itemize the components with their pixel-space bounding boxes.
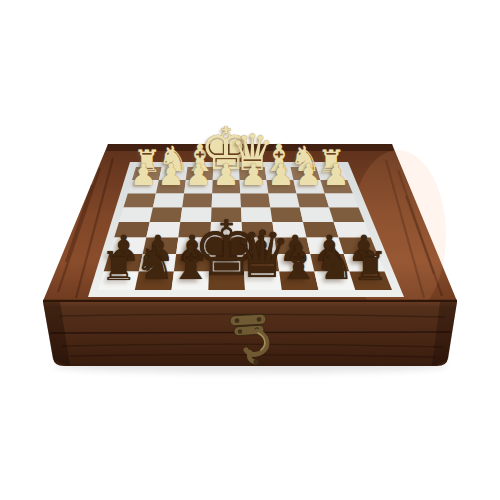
wooden-box-graphic: [0, 0, 500, 500]
square-h8[interactable]: [98, 272, 139, 291]
square-d1[interactable]: [239, 167, 267, 180]
square-g2[interactable]: [156, 180, 186, 194]
square-g7[interactable]: [139, 254, 176, 272]
square-e6[interactable]: [210, 238, 244, 255]
square-f5[interactable]: [178, 222, 211, 238]
square-d4[interactable]: [241, 208, 272, 223]
chess-box-photo: ♜♞♝♚♛♝♞♜♟♟♟♟♟♟♟♟♟♟♟♟♟♟♟♟♜♞♝♚♛♝♞♜: [0, 0, 500, 500]
square-a5[interactable]: [334, 222, 371, 238]
square-d8[interactable]: [244, 272, 282, 291]
square-g5[interactable]: [146, 222, 180, 238]
square-b6[interactable]: [307, 238, 344, 255]
square-f2[interactable]: [184, 180, 213, 194]
square-c7[interactable]: [277, 254, 315, 272]
square-f4[interactable]: [180, 208, 211, 223]
square-e7[interactable]: [209, 254, 244, 272]
square-b8[interactable]: [314, 272, 355, 291]
square-h7[interactable]: [104, 254, 143, 272]
square-d3[interactable]: [240, 194, 270, 208]
square-b4[interactable]: [300, 208, 334, 223]
square-d6[interactable]: [242, 238, 276, 255]
square-a3[interactable]: [325, 194, 359, 208]
latch-hook-tip: [253, 359, 258, 364]
square-g8[interactable]: [135, 272, 174, 291]
square-c8[interactable]: [279, 272, 318, 291]
square-h5[interactable]: [114, 222, 150, 238]
square-d5[interactable]: [242, 222, 275, 238]
square-c5[interactable]: [272, 222, 306, 238]
square-c4[interactable]: [270, 208, 303, 223]
square-h6[interactable]: [109, 238, 146, 255]
square-h4[interactable]: [119, 208, 153, 223]
square-h1[interactable]: [132, 167, 162, 180]
square-b1[interactable]: [291, 167, 321, 180]
square-c3[interactable]: [268, 194, 299, 208]
square-a6[interactable]: [339, 238, 378, 255]
square-a7[interactable]: [344, 254, 385, 272]
square-h2[interactable]: [128, 180, 159, 194]
square-e8[interactable]: [208, 272, 245, 291]
square-g4[interactable]: [150, 208, 183, 223]
square-f1[interactable]: [186, 167, 214, 180]
square-e1[interactable]: [213, 167, 240, 180]
square-b7[interactable]: [310, 254, 349, 272]
square-h3[interactable]: [124, 194, 156, 208]
square-g3[interactable]: [153, 194, 184, 208]
square-f7[interactable]: [174, 254, 210, 272]
square-f6[interactable]: [176, 238, 210, 255]
box-back-bevel: [106, 144, 394, 151]
square-a8[interactable]: [349, 272, 392, 291]
square-c2[interactable]: [267, 180, 297, 194]
square-c1[interactable]: [265, 167, 294, 180]
square-b5[interactable]: [303, 222, 339, 238]
square-d7[interactable]: [243, 254, 279, 272]
square-c6[interactable]: [275, 238, 311, 255]
square-g6[interactable]: [143, 238, 179, 255]
square-e5[interactable]: [210, 222, 242, 238]
square-g1[interactable]: [159, 167, 188, 180]
square-d2[interactable]: [240, 180, 269, 194]
square-b2[interactable]: [294, 180, 325, 194]
square-a4[interactable]: [329, 208, 364, 223]
square-e3[interactable]: [212, 194, 241, 208]
square-f8[interactable]: [172, 272, 210, 291]
square-f3[interactable]: [182, 194, 212, 208]
chessboard: [98, 167, 392, 290]
square-e2[interactable]: [212, 180, 240, 194]
square-a1[interactable]: [316, 167, 347, 180]
square-e4[interactable]: [211, 208, 242, 223]
square-b3[interactable]: [297, 194, 330, 208]
square-a2[interactable]: [320, 180, 352, 194]
